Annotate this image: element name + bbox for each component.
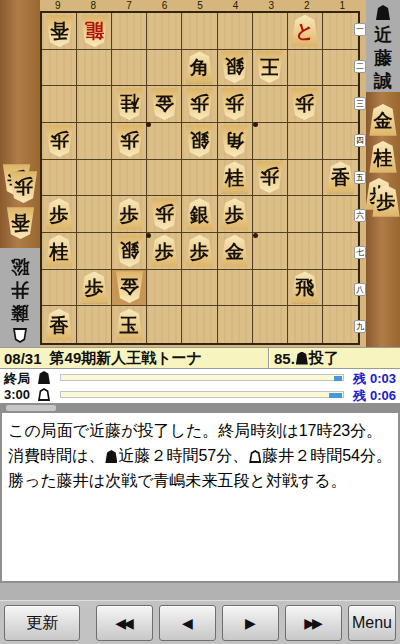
board-square-5九[interactable] bbox=[182, 306, 217, 343]
board-square-5七[interactable]: 歩 bbox=[182, 233, 217, 270]
board-square-1五[interactable]: 香 bbox=[323, 160, 358, 197]
shogi-piece-歩: 歩 bbox=[255, 161, 284, 193]
board-square-6二[interactable] bbox=[147, 50, 182, 87]
board-square-9一[interactable]: 香 bbox=[42, 13, 77, 50]
board-square-1六[interactable] bbox=[323, 196, 358, 233]
file-label-3: 3 bbox=[253, 0, 289, 11]
update-button[interactable]: 更新 bbox=[4, 605, 80, 641]
board-square-6五[interactable] bbox=[147, 160, 182, 197]
board-square-3三[interactable] bbox=[253, 86, 288, 123]
gote-time-bar bbox=[60, 391, 344, 398]
commentary-segment: 近藤２時間57分、 bbox=[118, 447, 248, 464]
board-square-3九[interactable] bbox=[253, 306, 288, 343]
hand-piece-金[interactable]: 金 bbox=[369, 104, 398, 136]
shogi-piece-銀: 銀 bbox=[220, 51, 249, 83]
gote-name-char: 聡 bbox=[11, 255, 29, 278]
sente-name-char: 藤 bbox=[374, 47, 392, 70]
board-square-4九[interactable] bbox=[218, 306, 253, 343]
board-square-4八[interactable] bbox=[218, 270, 253, 307]
rank-label-三: 三 bbox=[354, 97, 366, 110]
board-square-2二[interactable] bbox=[288, 50, 323, 87]
rank-label-二: 二 bbox=[354, 60, 366, 73]
shogi-piece-歩: 歩 bbox=[290, 88, 319, 120]
sente-name-char: 近 bbox=[374, 24, 392, 47]
rank-coordinate-labels: 一二三四五六七八九 bbox=[354, 11, 367, 345]
file-label-1: 1 bbox=[325, 0, 361, 11]
sente-player-box: 近藤誠 bbox=[366, 0, 400, 92]
board-square-5一[interactable] bbox=[182, 13, 217, 50]
shogi-piece-歩: 歩 bbox=[115, 125, 144, 157]
hand-piece-歩-x2[interactable]: 歩歩 bbox=[2, 164, 39, 205]
gote-hand-tray: 歩歩香 bbox=[1, 164, 39, 239]
board-square-3七[interactable] bbox=[253, 233, 288, 270]
board-area: 歩歩香 藤井聡 近藤誠 金桂歩歩 987654321 香龍と角銀王桂金歩歩歩歩歩… bbox=[0, 0, 400, 347]
shogi-piece-歩: 歩 bbox=[80, 271, 109, 303]
board-square-6三[interactable]: 金 bbox=[147, 86, 182, 123]
panel-divider bbox=[0, 403, 400, 413]
board-square-9七[interactable]: 桂 bbox=[42, 233, 77, 270]
board-square-2八[interactable]: 飛 bbox=[288, 270, 323, 307]
sente-player-icon bbox=[376, 5, 390, 20]
event-info-cell: 08/31 第49期新人王戦トーナ bbox=[0, 348, 269, 368]
rewind-to-start-button[interactable]: ◀◀ bbox=[96, 605, 153, 641]
board-square-1七[interactable] bbox=[323, 233, 358, 270]
shogi-piece-と: と bbox=[290, 15, 319, 47]
board-square-2九[interactable] bbox=[288, 306, 323, 343]
board-square-6一[interactable] bbox=[147, 13, 182, 50]
board-square-1二[interactable] bbox=[323, 50, 358, 87]
step-back-button[interactable]: ◀ bbox=[159, 605, 216, 641]
board-square-8二[interactable] bbox=[77, 50, 112, 87]
board-square-7五[interactable] bbox=[112, 160, 147, 197]
board-square-2三[interactable]: 歩 bbox=[288, 86, 323, 123]
board-square-6六[interactable]: 歩 bbox=[147, 196, 182, 233]
shogi-piece-桂: 桂 bbox=[115, 88, 144, 120]
board-square-1八[interactable] bbox=[323, 270, 358, 307]
bottom-toolbar: 更新 ◀◀ ◀ ▶ ▶▶ Menu bbox=[0, 600, 400, 644]
sente-tray-background: 金桂歩歩 bbox=[366, 92, 400, 347]
shogi-piece-香: 香 bbox=[45, 15, 74, 47]
hand-piece-歩-x2[interactable]: 歩歩 bbox=[365, 178, 400, 219]
shogi-piece-角: 角 bbox=[185, 51, 214, 83]
file-label-8: 8 bbox=[76, 0, 112, 11]
board-square-2六[interactable] bbox=[288, 196, 323, 233]
shogi-piece-香: 香 bbox=[45, 309, 74, 341]
board-square-3五[interactable]: 歩 bbox=[253, 160, 288, 197]
file-coordinate-labels: 987654321 bbox=[40, 0, 360, 11]
gote-side-strip: 歩歩香 藤井聡 bbox=[0, 0, 40, 347]
gote-clock-icon bbox=[38, 388, 50, 401]
board-square-5四[interactable]: 銀 bbox=[182, 123, 217, 160]
board-square-6八[interactable] bbox=[147, 270, 182, 307]
sente-name-char: 誠 bbox=[374, 70, 392, 93]
board-square-2七[interactable] bbox=[288, 233, 323, 270]
sente-inline-icon bbox=[105, 450, 117, 463]
board-square-5二[interactable]: 角 bbox=[182, 50, 217, 87]
shogi-piece-桂: 桂 bbox=[45, 235, 74, 267]
board-square-3八[interactable] bbox=[253, 270, 288, 307]
file-label-6: 6 bbox=[147, 0, 183, 11]
shogi-piece-歩: 歩 bbox=[45, 198, 74, 230]
board-square-9六[interactable]: 歩 bbox=[42, 196, 77, 233]
board-square-1一[interactable] bbox=[323, 13, 358, 50]
board-square-4六[interactable]: 歩 bbox=[218, 196, 253, 233]
shogi-piece-歩: 歩 bbox=[220, 88, 249, 120]
shogi-piece-金: 金 bbox=[115, 271, 144, 303]
shogi-piece-銀: 銀 bbox=[185, 198, 214, 230]
shogi-piece-桂: 桂 bbox=[220, 161, 249, 193]
board-square-2四[interactable] bbox=[288, 123, 323, 160]
board-square-9九[interactable]: 香 bbox=[42, 306, 77, 343]
board-square-7七[interactable]: 銀 bbox=[112, 233, 147, 270]
board-square-4二[interactable]: 銀 bbox=[218, 50, 253, 87]
file-label-7: 7 bbox=[111, 0, 147, 11]
sente-clock-row: 終局 残 0:03 bbox=[0, 369, 400, 386]
shogi-piece-龍: 龍 bbox=[80, 15, 109, 47]
gote-clock-row: 3:00 残 0:06 bbox=[0, 386, 400, 403]
divider-handle[interactable] bbox=[6, 405, 56, 411]
board-star-point bbox=[146, 122, 151, 127]
sente-time-marker bbox=[334, 376, 342, 381]
sente-clock-icon bbox=[38, 371, 50, 384]
board-square-3二[interactable]: 王 bbox=[253, 50, 288, 87]
menu-button[interactable]: Menu bbox=[348, 605, 396, 641]
shogi-piece-飛: 飛 bbox=[290, 271, 319, 303]
file-label-4: 4 bbox=[218, 0, 254, 11]
rank-label-九: 九 bbox=[354, 320, 366, 333]
shogi-piece-金: 金 bbox=[150, 88, 179, 120]
move-text: 投了 bbox=[309, 349, 339, 368]
board-square-4五[interactable]: 桂 bbox=[218, 160, 253, 197]
board-square-5三[interactable]: 歩 bbox=[182, 86, 217, 123]
board-square-9二[interactable] bbox=[42, 50, 77, 87]
hand-piece-桂[interactable]: 桂 bbox=[369, 141, 398, 173]
shogi-piece-歩: 歩 bbox=[185, 235, 214, 267]
board-square-2五[interactable] bbox=[288, 160, 323, 197]
sente-time-bar bbox=[60, 374, 344, 381]
sente-hand-tray: 金桂歩歩 bbox=[366, 104, 400, 219]
shogi-piece-香: 香 bbox=[326, 161, 355, 193]
shogi-board: 香龍と角銀王桂金歩歩歩歩歩銀角桂歩香歩歩歩銀歩桂銀歩歩金歩金飛香玉 bbox=[40, 11, 360, 345]
rank-label-七: 七 bbox=[354, 246, 366, 259]
gote-player-box: 藤井聡 bbox=[0, 248, 40, 347]
board-square-6七[interactable]: 歩 bbox=[147, 233, 182, 270]
board-square-1四[interactable] bbox=[323, 123, 358, 160]
shogi-app-screen: 歩歩香 藤井聡 近藤誠 金桂歩歩 987654321 香龍と角銀王桂金歩歩歩歩歩… bbox=[0, 0, 400, 644]
board-square-8七[interactable] bbox=[77, 233, 112, 270]
event-title: 第49期新人王戦トーナ bbox=[50, 349, 202, 368]
rank-label-六: 六 bbox=[354, 209, 366, 222]
forward-to-end-button[interactable]: ▶▶ bbox=[285, 605, 342, 641]
hand-piece-香[interactable]: 香 bbox=[6, 207, 35, 239]
shogi-piece-歩: 歩 bbox=[150, 235, 179, 267]
board-square-6四[interactable] bbox=[147, 123, 182, 160]
game-info-bar: 08/31 第49期新人王戦トーナ 85. 投了 bbox=[0, 347, 400, 369]
board-square-9八[interactable] bbox=[42, 270, 77, 307]
board-square-7九[interactable]: 玉 bbox=[112, 306, 147, 343]
board-square-3一[interactable] bbox=[253, 13, 288, 50]
shogi-piece-歩: 歩 bbox=[9, 171, 38, 203]
board-star-point bbox=[253, 122, 258, 127]
board-square-4三[interactable]: 歩 bbox=[218, 86, 253, 123]
shogi-piece-歩: 歩 bbox=[185, 88, 214, 120]
gote-clock-label: 3:00 bbox=[4, 387, 30, 402]
shogi-piece-歩: 歩 bbox=[45, 125, 74, 157]
board-square-4七[interactable]: 金 bbox=[218, 233, 253, 270]
board-square-3四[interactable] bbox=[253, 123, 288, 160]
board-square-7二[interactable] bbox=[112, 50, 147, 87]
board-square-8三[interactable] bbox=[77, 86, 112, 123]
board-square-8一[interactable]: 龍 bbox=[77, 13, 112, 50]
gote-name-char: 藤 bbox=[11, 301, 29, 324]
gote-name: 藤井聡 bbox=[0, 248, 40, 347]
board-square-1三[interactable] bbox=[323, 86, 358, 123]
board-square-7六[interactable]: 歩 bbox=[112, 196, 147, 233]
clock-panel: 終局 残 0:03 3:00 残 0:06 bbox=[0, 369, 400, 403]
board-square-5八[interactable] bbox=[182, 270, 217, 307]
board-square-7一[interactable] bbox=[112, 13, 147, 50]
gote-time-marker bbox=[329, 393, 342, 398]
board-square-8九[interactable] bbox=[77, 306, 112, 343]
board-square-6九[interactable] bbox=[147, 306, 182, 343]
gote-inline-icon bbox=[249, 450, 261, 463]
commentary-panel[interactable]: この局面で近藤が投了した。終局時刻は17時23分。消費時間は、近藤２時間57分、… bbox=[0, 413, 400, 583]
shogi-piece-金: 金 bbox=[220, 235, 249, 267]
board-square-1九[interactable] bbox=[323, 306, 358, 343]
board-square-9五[interactable] bbox=[42, 160, 77, 197]
board-square-4一[interactable] bbox=[218, 13, 253, 50]
rank-label-四: 四 bbox=[354, 134, 366, 147]
board-square-7三[interactable]: 桂 bbox=[112, 86, 147, 123]
game-date: 08/31 bbox=[4, 350, 42, 367]
shogi-piece-歩: 歩 bbox=[150, 198, 179, 230]
step-forward-button[interactable]: ▶ bbox=[222, 605, 279, 641]
shogi-piece-銀: 銀 bbox=[185, 125, 214, 157]
board-square-5五[interactable] bbox=[182, 160, 217, 197]
rank-label-一: 一 bbox=[354, 23, 366, 36]
shogi-piece-角: 角 bbox=[220, 125, 249, 157]
sente-side-strip: 近藤誠 金桂歩歩 bbox=[366, 0, 400, 347]
commentary-text: この局面で近藤が投了した。終局時刻は17時23分。消費時間は、近藤２時間57分、… bbox=[8, 422, 392, 489]
gote-player-icon bbox=[13, 328, 27, 343]
board-square-8四[interactable] bbox=[77, 123, 112, 160]
board-square-9三[interactable] bbox=[42, 86, 77, 123]
board-square-7四[interactable]: 歩 bbox=[112, 123, 147, 160]
move-number: 85. bbox=[274, 350, 295, 367]
gote-name-char: 井 bbox=[11, 278, 29, 301]
current-move-cell: 85. 投了 bbox=[269, 348, 400, 368]
file-label-9: 9 bbox=[40, 0, 76, 11]
shogi-piece-歩: 歩 bbox=[220, 198, 249, 230]
board-square-9四[interactable]: 歩 bbox=[42, 123, 77, 160]
board-square-8八[interactable]: 歩 bbox=[77, 270, 112, 307]
board-square-3六[interactable] bbox=[253, 196, 288, 233]
file-label-5: 5 bbox=[182, 0, 218, 11]
shogi-piece-王: 王 bbox=[255, 51, 284, 83]
board-square-4四[interactable]: 角 bbox=[218, 123, 253, 160]
rank-label-五: 五 bbox=[354, 171, 366, 184]
shogi-piece-銀: 銀 bbox=[115, 235, 144, 267]
board-square-2一[interactable]: と bbox=[288, 13, 323, 50]
shogi-piece-歩: 歩 bbox=[115, 198, 144, 230]
board-square-8六[interactable] bbox=[77, 196, 112, 233]
board-square-8五[interactable] bbox=[77, 160, 112, 197]
sente-mark-icon bbox=[296, 352, 308, 365]
shogi-piece-玉: 玉 bbox=[115, 309, 144, 341]
board-square-7八[interactable]: 金 bbox=[112, 270, 147, 307]
board-star-point bbox=[253, 233, 258, 238]
board-square-5六[interactable]: 銀 bbox=[182, 196, 217, 233]
rank-label-八: 八 bbox=[354, 283, 366, 296]
file-label-2: 2 bbox=[289, 0, 325, 11]
